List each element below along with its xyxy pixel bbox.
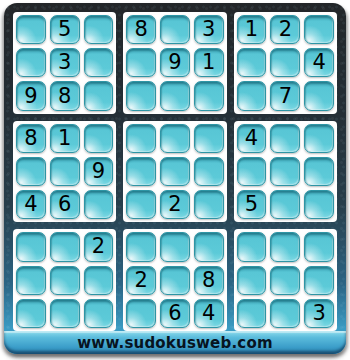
cell-r9c8[interactable]	[270, 299, 300, 328]
site-url: www.sudokusweb.com	[77, 334, 272, 352]
cell-r7c3[interactable]: 2	[84, 232, 114, 261]
cell-r1c8[interactable]: 2	[270, 15, 300, 44]
cell-r1c7[interactable]: 1	[237, 15, 267, 44]
cell-r1c1[interactable]	[16, 15, 46, 44]
cell-r3c5[interactable]	[160, 81, 190, 110]
cell-r9c7[interactable]	[237, 299, 267, 328]
cell-r4c2[interactable]: 1	[50, 124, 80, 153]
cell-r9c9[interactable]: 3	[304, 299, 334, 328]
box-r3c1: 2	[13, 229, 116, 331]
footer-bar: www.sudokusweb.com	[4, 331, 346, 354]
cell-r3c8[interactable]: 7	[270, 81, 300, 110]
cell-r4c7[interactable]: 4	[237, 124, 267, 153]
cell-r2c1[interactable]	[16, 48, 46, 77]
cell-r5c1[interactable]	[16, 157, 46, 186]
cell-r8c1[interactable]	[16, 266, 46, 295]
cell-r1c9[interactable]	[304, 15, 334, 44]
cell-r1c6[interactable]: 3	[194, 15, 224, 44]
cell-r6c9[interactable]	[304, 190, 334, 219]
cell-r7c6[interactable]	[194, 232, 224, 261]
cell-r7c8[interactable]	[270, 232, 300, 261]
cell-r9c3[interactable]	[84, 299, 114, 328]
box-r3c2: 2864	[123, 229, 226, 331]
cell-r1c2[interactable]: 5	[50, 15, 80, 44]
cell-r2c2[interactable]: 3	[50, 48, 80, 77]
cell-r4c4[interactable]	[126, 124, 156, 153]
cell-r8c2[interactable]	[50, 266, 80, 295]
cell-r6c6[interactable]	[194, 190, 224, 219]
sudoku-board: 53988391124781946245228643 www.sudokuswe…	[4, 3, 346, 354]
sudoku-grid: 53988391124781946245228643	[13, 12, 337, 331]
cell-r8c5[interactable]	[160, 266, 190, 295]
cell-r7c7[interactable]	[237, 232, 267, 261]
cell-r2c5[interactable]: 9	[160, 48, 190, 77]
cell-r3c9[interactable]	[304, 81, 334, 110]
cell-r5c4[interactable]	[126, 157, 156, 186]
cell-r8c8[interactable]	[270, 266, 300, 295]
box-r2c3: 45	[234, 121, 337, 223]
cell-r8c7[interactable]	[237, 266, 267, 295]
box-r1c2: 8391	[123, 12, 226, 114]
cell-r1c5[interactable]	[160, 15, 190, 44]
cell-r9c2[interactable]	[50, 299, 80, 328]
cell-r1c3[interactable]	[84, 15, 114, 44]
cell-r7c5[interactable]	[160, 232, 190, 261]
cell-r4c6[interactable]	[194, 124, 224, 153]
cell-r5c7[interactable]	[237, 157, 267, 186]
cell-r2c7[interactable]	[237, 48, 267, 77]
box-r2c2: 2	[123, 121, 226, 223]
cell-r2c9[interactable]: 4	[304, 48, 334, 77]
cell-r4c1[interactable]: 8	[16, 124, 46, 153]
cell-r2c4[interactable]	[126, 48, 156, 77]
cell-r6c7[interactable]: 5	[237, 190, 267, 219]
cell-r5c8[interactable]	[270, 157, 300, 186]
cell-r4c3[interactable]	[84, 124, 114, 153]
cell-r5c6[interactable]	[194, 157, 224, 186]
cell-r1c4[interactable]: 8	[126, 15, 156, 44]
cell-r5c3[interactable]: 9	[84, 157, 114, 186]
cell-r7c4[interactable]	[126, 232, 156, 261]
cell-r5c5[interactable]	[160, 157, 190, 186]
cell-r9c6[interactable]: 4	[194, 299, 224, 328]
cell-r4c8[interactable]	[270, 124, 300, 153]
cell-r6c1[interactable]: 4	[16, 190, 46, 219]
cell-r2c3[interactable]	[84, 48, 114, 77]
box-r2c1: 81946	[13, 121, 116, 223]
cell-r7c9[interactable]	[304, 232, 334, 261]
box-r3c3: 3	[234, 229, 337, 331]
cell-r3c3[interactable]	[84, 81, 114, 110]
cell-r2c6[interactable]: 1	[194, 48, 224, 77]
cell-r6c5[interactable]: 2	[160, 190, 190, 219]
cell-r8c3[interactable]	[84, 266, 114, 295]
cell-r8c4[interactable]: 2	[126, 266, 156, 295]
cell-r3c2[interactable]: 8	[50, 81, 80, 110]
cell-r5c9[interactable]	[304, 157, 334, 186]
cell-r9c1[interactable]	[16, 299, 46, 328]
cell-r6c2[interactable]: 6	[50, 190, 80, 219]
cell-r3c7[interactable]	[237, 81, 267, 110]
cell-r4c5[interactable]	[160, 124, 190, 153]
cell-r6c8[interactable]	[270, 190, 300, 219]
cell-r2c8[interactable]	[270, 48, 300, 77]
cell-r8c9[interactable]	[304, 266, 334, 295]
cell-r8c6[interactable]: 8	[194, 266, 224, 295]
cell-r6c3[interactable]	[84, 190, 114, 219]
cell-r5c2[interactable]	[50, 157, 80, 186]
box-r1c3: 1247	[234, 12, 337, 114]
cell-r3c1[interactable]: 9	[16, 81, 46, 110]
cell-r7c2[interactable]	[50, 232, 80, 261]
cell-r6c4[interactable]	[126, 190, 156, 219]
cell-r9c5[interactable]: 6	[160, 299, 190, 328]
cell-r9c4[interactable]	[126, 299, 156, 328]
cell-r7c1[interactable]	[16, 232, 46, 261]
cell-r3c6[interactable]	[194, 81, 224, 110]
cell-r4c9[interactable]	[304, 124, 334, 153]
cell-r3c4[interactable]	[126, 81, 156, 110]
box-r1c1: 5398	[13, 12, 116, 114]
